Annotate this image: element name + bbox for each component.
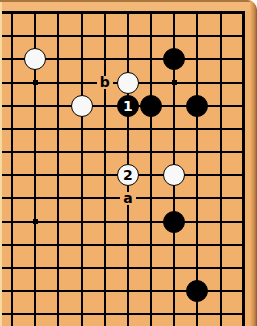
board-intersection[interactable]: [163, 187, 186, 210]
board-intersection[interactable]: [186, 280, 209, 303]
grid-line-v: [104, 48, 106, 71]
grid-line-v: [57, 12, 59, 25]
board-intersection[interactable]: [140, 141, 163, 164]
grid-line-v: [220, 25, 222, 48]
grid-line-v: [81, 141, 83, 164]
board-intersection[interactable]: [186, 210, 209, 233]
grid-line-v: [127, 233, 129, 256]
board-intersection[interactable]: [47, 256, 70, 279]
grid-line-v: [81, 256, 83, 279]
grid-line-v: [196, 256, 198, 279]
board-intersection[interactable]: [70, 48, 93, 71]
white-stone: [117, 72, 139, 94]
board-intersection[interactable]: [93, 280, 116, 303]
board-intersection[interactable]: [186, 25, 209, 48]
grid-line-v: [104, 117, 106, 140]
grid-line-v: [150, 12, 152, 25]
board-intersection[interactable]: [0, 117, 23, 140]
grid-line-v: [150, 48, 152, 71]
grid-line-v: [104, 280, 106, 303]
board-intersection[interactable]: [0, 210, 23, 233]
grid-line-v: [196, 210, 198, 233]
white-stone-move-2: 2: [117, 164, 139, 186]
board-intersection[interactable]: [209, 25, 232, 48]
grid-line-v: [220, 12, 222, 25]
grid-line-v: [150, 71, 152, 94]
board-intersection[interactable]: [163, 256, 186, 279]
board-intersection[interactable]: [140, 187, 163, 210]
grid-line-v: [57, 141, 59, 164]
board-intersection[interactable]: [93, 141, 116, 164]
grid-line-v: [173, 25, 175, 48]
grid-line-v: [11, 94, 13, 117]
board-intersection[interactable]: [70, 164, 93, 187]
board-intersection[interactable]: [0, 256, 23, 279]
grid-line-v: [57, 117, 59, 140]
grid-line-v: [196, 117, 198, 140]
board-intersection[interactable]: [0, 303, 23, 326]
grid-line-v: [57, 94, 59, 117]
board-intersection[interactable]: [140, 210, 163, 233]
grid-line-v: [11, 280, 13, 303]
board-intersection[interactable]: [186, 117, 209, 140]
board-intersection[interactable]: [0, 25, 23, 48]
board-grid: b12a: [0, 1, 255, 326]
board-intersection[interactable]: [163, 164, 186, 187]
grid-line-v: [11, 71, 13, 94]
grid-line-v: [242, 94, 245, 117]
cropped-edge-left: [0, 2, 2, 326]
grid-line-v: [11, 233, 13, 256]
black-stone: [186, 280, 208, 302]
board-intersection[interactable]: [70, 141, 93, 164]
board-intersection[interactable]: [0, 141, 23, 164]
grid-line-v: [81, 280, 83, 303]
grid-line-v: [11, 48, 13, 71]
grid-line-v: [196, 141, 198, 164]
board-intersection[interactable]: [140, 71, 163, 94]
board-intersection[interactable]: [186, 94, 209, 117]
board-intersection[interactable]: [70, 210, 93, 233]
grid-line-v: [34, 12, 36, 25]
grid-line-v: [104, 25, 106, 48]
board-intersection[interactable]: [116, 233, 139, 256]
board-intersection[interactable]: [93, 164, 116, 187]
grid-line-v: [173, 256, 175, 279]
white-stone: [163, 164, 185, 186]
grid-line-v: [242, 117, 245, 140]
grid-line-v: [173, 280, 175, 303]
grid-line-v: [104, 164, 106, 187]
board-edge-right: [250, 0, 257, 326]
board-intersection[interactable]: [93, 187, 116, 210]
grid-line-v: [127, 303, 129, 326]
board-intersection[interactable]: [186, 48, 209, 71]
grid-line-v: [104, 210, 106, 233]
board-intersection[interactable]: [116, 48, 139, 71]
grid-line-v: [57, 256, 59, 279]
board-intersection[interactable]: [24, 280, 47, 303]
grid-line-v: [81, 303, 83, 326]
grid-line-v: [196, 71, 198, 94]
grid-line-v: [150, 303, 152, 326]
board-intersection[interactable]: [209, 280, 232, 303]
board-intersection[interactable]: [140, 117, 163, 140]
grid-line-v: [220, 94, 222, 117]
grid-line-v: [220, 280, 222, 303]
grid-line-v: [104, 141, 106, 164]
board-intersection[interactable]: [186, 164, 209, 187]
board-intersection[interactable]: [0, 187, 23, 210]
grid-line-v: [34, 280, 36, 303]
grid-line-v: [57, 25, 59, 48]
board-intersection[interactable]: [209, 117, 232, 140]
board-intersection[interactable]: [116, 25, 139, 48]
grid-line-v: [57, 233, 59, 256]
grid-line-v: [173, 233, 175, 256]
grid-line-v: [81, 117, 83, 140]
grid-line-v: [242, 187, 245, 210]
grid-line-v: [173, 141, 175, 164]
grid-line-v: [34, 141, 36, 164]
board-intersection[interactable]: [47, 187, 70, 210]
grid-line-v: [220, 141, 222, 164]
grid-line-v: [11, 210, 13, 233]
grid-line-v: [220, 256, 222, 279]
grid-line-v: [150, 25, 152, 48]
grid-line-v: [34, 187, 36, 210]
point-label-a: a: [116, 187, 139, 210]
grid-line-v: [11, 303, 13, 326]
board-intersection[interactable]: [93, 94, 116, 117]
board-intersection[interactable]: [47, 233, 70, 256]
black-stone: [186, 95, 208, 117]
star-point: [172, 80, 177, 85]
grid-line-v: [127, 12, 129, 25]
board-intersection[interactable]: [24, 94, 47, 117]
board-intersection[interactable]: [93, 210, 116, 233]
board-intersection[interactable]: [209, 141, 232, 164]
board-intersection[interactable]: [209, 233, 232, 256]
grid-line-v: [57, 187, 59, 210]
grid-line-v: [81, 12, 83, 25]
grid-line-v: [11, 12, 13, 25]
board-intersection[interactable]: [93, 256, 116, 279]
grid-line-v: [57, 210, 59, 233]
grid-line-v: [127, 117, 129, 140]
board-intersection[interactable]: [93, 48, 116, 71]
grid-line-v: [11, 141, 13, 164]
grid-line-v: [242, 280, 245, 303]
grid-line-v: [11, 25, 13, 48]
grid-line-v: [220, 210, 222, 233]
grid-line-v: [150, 280, 152, 303]
grid-line-v: [242, 210, 245, 233]
board-intersection[interactable]: [47, 280, 70, 303]
board-intersection[interactable]: [93, 303, 116, 326]
board-intersection[interactable]: [140, 48, 163, 71]
board-intersection[interactable]: [24, 141, 47, 164]
board-intersection[interactable]: [24, 256, 47, 279]
grid-line-v: [196, 303, 198, 326]
grid-line-v: [196, 164, 198, 187]
grid-line-v: [81, 187, 83, 210]
board-intersection[interactable]: [209, 48, 232, 71]
grid-line-v: [81, 164, 83, 187]
board-intersection[interactable]: [140, 280, 163, 303]
board-intersection[interactable]: [163, 141, 186, 164]
board-intersection[interactable]: [70, 280, 93, 303]
grid-line-v: [11, 117, 13, 140]
board-intersection[interactable]: [140, 256, 163, 279]
grid-line-v: [81, 210, 83, 233]
black-stone: [163, 48, 185, 70]
point-label-b: b: [93, 71, 116, 94]
board-intersection[interactable]: [0, 164, 23, 187]
board-intersection[interactable]: [209, 187, 232, 210]
board-intersection[interactable]: [47, 141, 70, 164]
grid-line-v: [104, 187, 106, 210]
board-intersection[interactable]: [93, 25, 116, 48]
board-intersection[interactable]: [116, 280, 139, 303]
board-intersection[interactable]: [209, 303, 232, 326]
board-intersection[interactable]: [116, 71, 139, 94]
grid-line-v: [242, 12, 245, 25]
board-intersection[interactable]: [0, 48, 23, 71]
grid-line-v: [81, 25, 83, 48]
board-intersection[interactable]: [24, 210, 47, 233]
board-intersection[interactable]: [70, 187, 93, 210]
grid-line-v: [150, 164, 152, 187]
board-intersection[interactable]: [186, 233, 209, 256]
grid-line-v: [220, 48, 222, 71]
grid-line-v: [127, 256, 129, 279]
board-intersection[interactable]: [70, 117, 93, 140]
go-board: b12a: [0, 0, 257, 326]
board-intersection[interactable]: [116, 117, 139, 140]
grid-line-v: [242, 48, 245, 71]
grid-line-v: [34, 117, 36, 140]
board-intersection[interactable]: [0, 94, 23, 117]
board-intersection[interactable]: [47, 48, 70, 71]
grid-line-v: [81, 48, 83, 71]
grid-line-v: [173, 117, 175, 140]
grid-line-v: [150, 187, 152, 210]
board-intersection[interactable]: [140, 94, 163, 117]
grid-line-v: [173, 187, 175, 210]
grid-line-v: [104, 12, 106, 25]
board-intersection[interactable]: [116, 303, 139, 326]
board-intersection[interactable]: [209, 164, 232, 187]
board-intersection[interactable]: [93, 233, 116, 256]
grid-line-v: [242, 233, 245, 256]
grid-line-v: [57, 303, 59, 326]
board-intersection[interactable]: [47, 25, 70, 48]
board-intersection[interactable]: [47, 210, 70, 233]
grid-line-v: [34, 233, 36, 256]
grid-line-v: [34, 25, 36, 48]
star-point: [33, 219, 38, 224]
grid-line-v: [11, 256, 13, 279]
grid-line-v: [34, 256, 36, 279]
star-point: [33, 80, 38, 85]
board-intersection[interactable]: [47, 164, 70, 187]
grid-line-v: [196, 233, 198, 256]
grid-line-v: [242, 25, 245, 48]
grid-line-v: [11, 187, 13, 210]
board-intersection[interactable]: [70, 233, 93, 256]
grid-line-v: [196, 25, 198, 48]
board-intersection[interactable]: [24, 48, 47, 71]
board-intersection[interactable]: [140, 164, 163, 187]
grid-line-v: [11, 164, 13, 187]
grid-line-v: [173, 303, 175, 326]
board-intersection[interactable]: [163, 48, 186, 71]
board-intersection[interactable]: [0, 71, 23, 94]
grid-line-v: [150, 141, 152, 164]
grid-line-v: [196, 48, 198, 71]
board-intersection[interactable]: [70, 303, 93, 326]
board-intersection[interactable]: [186, 141, 209, 164]
black-stone: [163, 211, 185, 233]
white-stone: [71, 95, 93, 117]
grid-line-v: [242, 141, 245, 164]
board-intersection[interactable]: [24, 71, 47, 94]
board-intersection[interactable]: [70, 25, 93, 48]
board-intersection[interactable]: [116, 210, 139, 233]
board-intersection[interactable]: [0, 280, 23, 303]
board-intersection[interactable]: [140, 25, 163, 48]
grid-line-v: [127, 280, 129, 303]
grid-line-v: [220, 71, 222, 94]
board-intersection[interactable]: [209, 210, 232, 233]
board-intersection[interactable]: [163, 71, 186, 94]
board-intersection[interactable]: [24, 187, 47, 210]
grid-line-v: [34, 94, 36, 117]
grid-line-v: [57, 48, 59, 71]
board-intersection[interactable]: [47, 117, 70, 140]
board-intersection[interactable]: [163, 280, 186, 303]
board-intersection[interactable]: [186, 303, 209, 326]
black-stone: [140, 95, 162, 117]
grid-line-v: [242, 303, 245, 326]
grid-line-v: [220, 303, 222, 326]
board-intersection[interactable]: [163, 233, 186, 256]
grid-line-v: [242, 71, 245, 94]
board-intersection[interactable]: [24, 25, 47, 48]
grid-line-v: [34, 164, 36, 187]
board-edge-top-bevel: [0, 2, 250, 11]
board-intersection[interactable]: [163, 94, 186, 117]
grid-line-v: [220, 164, 222, 187]
grid-line-v: [104, 233, 106, 256]
grid-line-v: [104, 256, 106, 279]
point-label-text: a: [120, 192, 135, 205]
board-intersection[interactable]: [47, 94, 70, 117]
board-intersection[interactable]: [24, 233, 47, 256]
grid-line-v: [220, 233, 222, 256]
board-intersection[interactable]: 2: [116, 164, 139, 187]
board-intersection[interactable]: [24, 164, 47, 187]
board-edge-top: [0, 0, 257, 2]
grid-line-v: [242, 164, 245, 187]
board-intersection[interactable]: [116, 256, 139, 279]
grid-line-v: [104, 94, 106, 117]
grid-line-v: [150, 256, 152, 279]
board-intersection[interactable]: [186, 71, 209, 94]
board-intersection[interactable]: 1: [116, 94, 139, 117]
board-intersection[interactable]: [186, 256, 209, 279]
grid-line-v: [173, 12, 175, 25]
board-intersection[interactable]: [209, 94, 232, 117]
grid-line-v: [57, 280, 59, 303]
board-intersection[interactable]: [47, 303, 70, 326]
board-intersection[interactable]: [24, 303, 47, 326]
board-intersection[interactable]: [186, 187, 209, 210]
board-intersection[interactable]: b: [93, 71, 116, 94]
board-intersection[interactable]: [163, 303, 186, 326]
board-intersection[interactable]: [209, 256, 232, 279]
grid-line-v: [196, 187, 198, 210]
grid-line-v: [150, 117, 152, 140]
grid-line-v: [127, 48, 129, 71]
grid-line-v: [81, 233, 83, 256]
grid-line-v: [150, 210, 152, 233]
board-intersection[interactable]: [93, 117, 116, 140]
board-intersection[interactable]: [140, 233, 163, 256]
board-intersection[interactable]: a: [116, 187, 139, 210]
board-intersection[interactable]: [47, 71, 70, 94]
grid-line-v: [34, 303, 36, 326]
point-label-text: b: [97, 76, 113, 89]
grid-line-v: [81, 71, 83, 94]
board-intersection[interactable]: [116, 141, 139, 164]
white-stone: [24, 48, 46, 70]
grid-line-v: [173, 94, 175, 117]
grid-line-v: [57, 164, 59, 187]
grid-line-v: [150, 233, 152, 256]
grid-line-v: [242, 256, 245, 279]
grid-line-v: [196, 12, 198, 25]
grid-line-v: [220, 117, 222, 140]
grid-line-v: [220, 187, 222, 210]
grid-line-v: [104, 303, 106, 326]
grid-line-v: [57, 71, 59, 94]
black-stone-move-1: 1: [117, 95, 139, 117]
board-intersection[interactable]: [70, 256, 93, 279]
board-intersection[interactable]: [24, 117, 47, 140]
board-intersection[interactable]: [70, 71, 93, 94]
board-intersection[interactable]: [209, 71, 232, 94]
board-intersection[interactable]: [70, 94, 93, 117]
board-intersection[interactable]: [0, 233, 23, 256]
board-intersection[interactable]: [163, 210, 186, 233]
grid-line-v: [127, 25, 129, 48]
grid-line-v: [127, 141, 129, 164]
board-intersection[interactable]: [163, 25, 186, 48]
board-intersection[interactable]: [140, 303, 163, 326]
board-intersection[interactable]: [163, 117, 186, 140]
grid-line-v: [127, 210, 129, 233]
